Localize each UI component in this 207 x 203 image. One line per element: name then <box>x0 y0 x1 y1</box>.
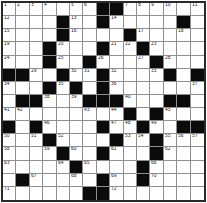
cell-r10c12[interactable]: 49 <box>150 121 163 134</box>
cell-r15c11[interactable] <box>137 187 150 200</box>
clue-number: 30 <box>71 69 77 73</box>
cell-r11c8[interactable] <box>97 134 110 147</box>
cell-r12c3[interactable] <box>30 147 43 160</box>
cell-r4c10[interactable]: 22 <box>124 42 137 55</box>
clue-number: 8 <box>138 3 141 7</box>
clue-number: 49 <box>151 121 157 125</box>
clue-number: 17 <box>138 29 144 33</box>
cell-r9c4[interactable] <box>43 108 56 121</box>
cell-r3c13[interactable] <box>164 29 177 42</box>
cell-r4c3[interactable] <box>30 42 43 55</box>
clue-number: 39 <box>71 95 77 99</box>
cell-r13c5[interactable]: 64 <box>57 161 70 174</box>
cell-r12c11[interactable] <box>137 147 150 160</box>
black-cell-r6c1 <box>3 69 16 82</box>
cell-r5c8[interactable]: 26 <box>97 56 110 69</box>
cell-r4c15[interactable] <box>191 42 204 55</box>
clue-number: 18 <box>178 29 184 33</box>
black-cell-r7c6 <box>70 82 83 95</box>
cell-r14c14[interactable] <box>177 174 190 187</box>
cell-r14c15[interactable] <box>191 174 204 187</box>
crossword-grid: 1234567891011121314151617181920212223242… <box>1 1 206 202</box>
clue-number: 20 <box>58 42 64 46</box>
cell-r9c15[interactable] <box>191 108 204 121</box>
cell-r12c9[interactable]: 61 <box>110 147 123 160</box>
cell-r7c15[interactable]: 37 <box>191 82 204 95</box>
cell-r13c14[interactable] <box>177 161 190 174</box>
cell-r2c4[interactable] <box>43 16 56 29</box>
black-cell-r8c3 <box>30 95 43 108</box>
cell-r4c12[interactable]: 23 <box>150 42 163 55</box>
black-cell-r9c12 <box>150 108 163 121</box>
cell-r1c6[interactable]: 5 <box>70 3 83 16</box>
black-cell-r8c2 <box>16 95 29 108</box>
black-cell-r9c10 <box>124 108 137 121</box>
black-cell-r11c9 <box>110 134 123 147</box>
black-cell-r6c15 <box>191 69 204 82</box>
black-cell-r15c8 <box>97 187 110 200</box>
cell-r3c7[interactable] <box>83 29 96 42</box>
black-cell-r11c12 <box>150 134 163 147</box>
cell-r4c5[interactable]: 20 <box>57 42 70 55</box>
clue-number: 62 <box>165 147 171 151</box>
cell-r7c10[interactable] <box>124 82 137 95</box>
black-cell-r6c2 <box>16 69 29 82</box>
cell-r11c2[interactable] <box>16 134 29 147</box>
cell-r2c1[interactable]: 12 <box>3 16 16 29</box>
clue-number: 42 <box>17 108 23 112</box>
clue-number: 9 <box>151 3 154 7</box>
black-cell-r1c8 <box>97 3 110 16</box>
cell-r5c6[interactable] <box>70 56 83 69</box>
cell-r13c1[interactable]: 63 <box>3 161 16 174</box>
cell-r13c2[interactable] <box>16 161 29 174</box>
cell-r15c14[interactable] <box>177 187 190 200</box>
cell-r7c13[interactable] <box>164 82 177 95</box>
cell-r15c1[interactable]: 71 <box>3 187 16 200</box>
clue-number: 54 <box>138 134 144 138</box>
cell-r1c4[interactable]: 4 <box>43 3 56 16</box>
clue-number: 72 <box>111 187 117 191</box>
clue-number: 22 <box>125 42 131 46</box>
clue-number: 43 <box>84 108 90 112</box>
cell-r6c6[interactable]: 30 <box>70 69 83 82</box>
cell-r11c1[interactable]: 50 <box>3 134 16 147</box>
clue-number: 23 <box>151 42 157 46</box>
cell-r15c2[interactable] <box>16 187 29 200</box>
clue-number: 6 <box>84 3 87 7</box>
cell-r1c12[interactable]: 9 <box>150 3 163 16</box>
cell-r7c9[interactable]: 36 <box>110 82 123 95</box>
black-cell-r1c9 <box>110 3 123 16</box>
cell-r15c5[interactable] <box>57 187 70 200</box>
cell-r1c14[interactable] <box>177 3 190 16</box>
cell-r3c6[interactable]: 16 <box>70 29 83 42</box>
cell-r3c11[interactable]: 17 <box>137 29 150 42</box>
cell-r10c2[interactable] <box>16 121 29 134</box>
clue-number: 53 <box>125 134 131 138</box>
cell-r8c12[interactable] <box>150 95 163 108</box>
cell-r13c13[interactable] <box>164 161 177 174</box>
cell-r5c9[interactable] <box>110 56 123 69</box>
clue-number: 63 <box>4 161 10 165</box>
clue-number: 58 <box>4 147 10 151</box>
cell-r5c3[interactable] <box>30 56 43 69</box>
clue-number: 26 <box>98 56 104 60</box>
clue-number: 47 <box>111 121 117 125</box>
black-cell-r13c11 <box>137 161 150 174</box>
clue-number: 46 <box>44 121 50 125</box>
cell-r9c7[interactable]: 43 <box>83 108 96 121</box>
clue-number: 60 <box>71 147 77 151</box>
black-cell-r14c11 <box>137 174 150 187</box>
cell-r7c1[interactable]: 34 <box>3 82 16 95</box>
cell-r8c10[interactable]: 40 <box>124 95 137 108</box>
clue-number: 16 <box>71 29 77 33</box>
clue-number: 37 <box>192 82 198 86</box>
clue-number: 32 <box>111 69 117 73</box>
cell-r10c7[interactable] <box>83 121 96 134</box>
black-cell-r10c3 <box>30 121 43 134</box>
cell-r14c13[interactable] <box>164 174 177 187</box>
cell-r15c12[interactable] <box>150 187 163 200</box>
clue-number: 1 <box>4 3 7 7</box>
black-cell-r6c13 <box>164 69 177 82</box>
black-cell-r3c10 <box>124 29 137 42</box>
cell-r11c14[interactable]: 56 <box>177 134 190 147</box>
cell-r2c3[interactable] <box>30 16 43 29</box>
cell-r15c4[interactable] <box>43 187 56 200</box>
cell-r13c7[interactable]: 65 <box>83 161 96 174</box>
clue-number: 68 <box>71 174 77 178</box>
clue-number: 65 <box>84 161 90 165</box>
cell-r9c13[interactable]: 45 <box>164 108 177 121</box>
clue-number: 19 <box>4 42 10 46</box>
cell-r6c7[interactable]: 31 <box>83 69 96 82</box>
cell-r11c13[interactable]: 55 <box>164 134 177 147</box>
clue-number: 59 <box>44 147 50 151</box>
cell-r15c9[interactable]: 72 <box>110 187 123 200</box>
black-cell-r2c5 <box>57 16 70 29</box>
clue-number: 27 <box>138 56 144 60</box>
cell-r3c14[interactable]: 18 <box>177 29 190 42</box>
clue-number: 36 <box>111 82 117 86</box>
clue-number: 10 <box>165 3 171 7</box>
cell-r4c13[interactable] <box>164 42 177 55</box>
black-cell-r8c7 <box>83 95 96 108</box>
cell-r15c15[interactable] <box>191 187 204 200</box>
cell-r3c3[interactable] <box>30 29 43 42</box>
black-cell-r12c5 <box>57 147 70 160</box>
cell-r14c1[interactable] <box>3 174 16 187</box>
cell-r4c2[interactable] <box>16 42 29 55</box>
clue-number: 55 <box>165 134 171 138</box>
clue-number: 34 <box>4 82 10 86</box>
cell-r12c10[interactable] <box>124 147 137 160</box>
black-cell-r14c8 <box>97 174 110 187</box>
cell-r11c6[interactable] <box>70 134 83 147</box>
black-cell-r15c7 <box>83 187 96 200</box>
cell-r2c6[interactable]: 13 <box>70 16 83 29</box>
clue-number: 12 <box>4 16 10 20</box>
clue-number: 50 <box>4 134 10 138</box>
cell-r5c5[interactable]: 25 <box>57 56 70 69</box>
cell-r6c9[interactable]: 32 <box>110 69 123 82</box>
cell-r3c8[interactable] <box>97 29 110 42</box>
cell-r10c6[interactable] <box>70 121 83 134</box>
cell-r2c12[interactable] <box>150 16 163 29</box>
cell-r1c11[interactable]: 8 <box>137 3 150 16</box>
cell-r14c9[interactable]: 69 <box>110 174 123 187</box>
black-cell-r8c14 <box>177 95 190 108</box>
clue-number: 24 <box>4 56 10 60</box>
cell-r13c3[interactable] <box>30 161 43 174</box>
cell-r11c10[interactable]: 53 <box>124 134 137 147</box>
cell-r7c7[interactable] <box>83 82 96 95</box>
clue-number: 21 <box>111 42 117 46</box>
cell-r13c10[interactable] <box>124 161 137 174</box>
cell-r14c4[interactable] <box>43 174 56 187</box>
black-cell-r11c4 <box>43 134 56 147</box>
cell-r2c9[interactable]: 14 <box>110 16 123 29</box>
clue-number: 14 <box>111 16 117 20</box>
cell-r2c13[interactable] <box>164 16 177 29</box>
clue-number: 2 <box>17 3 20 7</box>
cell-r14c3[interactable]: 67 <box>30 174 43 187</box>
black-cell-r7c4 <box>43 82 56 95</box>
clue-number: 33 <box>151 69 157 73</box>
clue-number: 66 <box>151 161 157 165</box>
clue-number: 52 <box>58 134 64 138</box>
cell-r8c5[interactable] <box>57 95 70 108</box>
cell-r3c4[interactable] <box>43 29 56 42</box>
cell-r4c14[interactable] <box>177 42 190 55</box>
cell-r9c11[interactable] <box>137 108 150 121</box>
cell-r10c9[interactable]: 47 <box>110 121 123 134</box>
cell-r9c9[interactable]: 44 <box>110 108 123 121</box>
cell-r4c1[interactable]: 19 <box>3 42 16 55</box>
black-cell-r4c8 <box>97 42 110 55</box>
cell-r14c10[interactable] <box>124 174 137 187</box>
cell-r8c4[interactable]: 38 <box>43 95 56 108</box>
clue-number: 51 <box>31 134 37 138</box>
cell-r12c14[interactable] <box>177 147 190 160</box>
cell-r7c5[interactable]: 35 <box>57 82 70 95</box>
black-cell-r4c4 <box>43 42 56 55</box>
cell-r15c6[interactable] <box>70 187 83 200</box>
cell-r6c3[interactable]: 29 <box>30 69 43 82</box>
cell-r9c2[interactable]: 42 <box>16 108 29 121</box>
cell-r11c7[interactable] <box>83 134 96 147</box>
cell-r12c4[interactable]: 59 <box>43 147 56 160</box>
cell-r2c15[interactable] <box>191 16 204 29</box>
clue-number: 13 <box>71 16 77 20</box>
cell-r9c5[interactable] <box>57 108 70 121</box>
cell-r7c3[interactable] <box>30 82 43 95</box>
clue-number: 35 <box>58 82 64 86</box>
cell-r8c11[interactable] <box>137 95 150 108</box>
clue-number: 67 <box>31 174 37 178</box>
cell-r6c14[interactable] <box>177 69 190 82</box>
cell-r6c10[interactable] <box>124 69 137 82</box>
clue-number: 31 <box>84 69 90 73</box>
clue-number: 28 <box>165 56 171 60</box>
cell-r1c7[interactable]: 6 <box>83 3 96 16</box>
cell-r3c15[interactable] <box>191 29 204 42</box>
cell-r3c9[interactable] <box>110 29 123 42</box>
black-cell-r6c5 <box>57 69 70 82</box>
cell-r15c10[interactable] <box>124 187 137 200</box>
clue-number: 41 <box>4 108 10 112</box>
clue-number: 71 <box>4 187 10 191</box>
clue-number: 40 <box>125 95 131 99</box>
black-cell-r12c8 <box>97 147 110 160</box>
black-cell-r2c8 <box>97 16 110 29</box>
cell-r7c11[interactable] <box>137 82 150 95</box>
cell-r3c2[interactable] <box>16 29 29 42</box>
black-cell-r4c11 <box>137 42 150 55</box>
cell-r4c6[interactable] <box>70 42 83 55</box>
cell-r14c6[interactable]: 68 <box>70 174 83 187</box>
cell-r5c2[interactable] <box>16 56 29 69</box>
black-cell-r10c1 <box>3 121 16 134</box>
black-cell-r10c8 <box>97 121 110 134</box>
cell-r7c14[interactable] <box>177 82 190 95</box>
cell-r1c3[interactable]: 3 <box>30 3 43 16</box>
black-cell-r5c4 <box>43 56 56 69</box>
cell-r6c11[interactable] <box>137 69 150 82</box>
cell-r10c5[interactable] <box>57 121 70 134</box>
cell-r9c3[interactable] <box>30 108 43 121</box>
cell-r4c7[interactable] <box>83 42 96 55</box>
black-cell-r5c12 <box>150 56 163 69</box>
cell-r7c12[interactable] <box>150 82 163 95</box>
cell-r1c1[interactable]: 1 <box>3 3 16 16</box>
cell-r14c7[interactable] <box>83 174 96 187</box>
black-cell-r6c8 <box>97 69 110 82</box>
cell-r3c12[interactable] <box>150 29 163 42</box>
cell-r1c13[interactable]: 10 <box>164 3 177 16</box>
cell-r5c10[interactable] <box>124 56 137 69</box>
clue-number: 48 <box>125 121 131 125</box>
cell-r15c13[interactable] <box>164 187 177 200</box>
cell-r2c10[interactable] <box>124 16 137 29</box>
black-cell-r10c14 <box>177 121 190 134</box>
cell-r12c1[interactable]: 58 <box>3 147 16 160</box>
black-cell-r3c5 <box>57 29 70 42</box>
clue-number: 3 <box>31 3 34 7</box>
cell-r1c15[interactable]: 11 <box>191 3 204 16</box>
cell-r5c13[interactable]: 28 <box>164 56 177 69</box>
cell-r4c9[interactable]: 21 <box>110 42 123 55</box>
cell-r13c9[interactable] <box>110 161 123 174</box>
cell-r5c15[interactable] <box>191 56 204 69</box>
cell-r12c15[interactable] <box>191 147 204 160</box>
cell-r2c11[interactable] <box>137 16 150 29</box>
cell-r13c8[interactable] <box>97 161 110 174</box>
clue-number: 11 <box>192 3 198 7</box>
cell-r11c11[interactable]: 54 <box>137 134 150 147</box>
cell-r11c15[interactable]: 57 <box>191 134 204 147</box>
cell-r1c5[interactable] <box>57 3 70 16</box>
crossword-board: 1234567891011121314151617181920212223242… <box>0 0 207 203</box>
cell-r5c14[interactable] <box>177 56 190 69</box>
black-cell-r8c13 <box>164 95 177 108</box>
cell-r12c13[interactable]: 62 <box>164 147 177 160</box>
cell-r1c10[interactable]: 7 <box>124 3 137 16</box>
black-cell-r7c8 <box>97 82 110 95</box>
cell-r12c6[interactable]: 60 <box>70 147 83 160</box>
clue-number: 69 <box>111 174 117 178</box>
cell-r7c2[interactable] <box>16 82 29 95</box>
cell-r12c2[interactable] <box>16 147 29 160</box>
cell-r14c12[interactable]: 70 <box>150 174 163 187</box>
black-cell-r13c6 <box>70 161 83 174</box>
cell-r10c10[interactable]: 48 <box>124 121 137 134</box>
clue-number: 29 <box>31 69 37 73</box>
cell-r12c7[interactable] <box>83 147 96 160</box>
clue-number: 15 <box>4 29 10 33</box>
cell-r10c4[interactable]: 46 <box>43 121 56 134</box>
cell-r9c8[interactable] <box>97 108 110 121</box>
clue-number: 25 <box>58 56 64 60</box>
cell-r11c3[interactable]: 51 <box>30 134 43 147</box>
cell-r9c1[interactable]: 41 <box>3 108 16 121</box>
black-cell-r10c15 <box>191 121 204 134</box>
cell-r6c12[interactable]: 33 <box>150 69 163 82</box>
cell-r13c12[interactable]: 66 <box>150 161 163 174</box>
cell-r13c4[interactable] <box>43 161 56 174</box>
cell-r10c13[interactable] <box>164 121 177 134</box>
cell-r2c2[interactable] <box>16 16 29 29</box>
cell-r11c5[interactable]: 52 <box>57 134 70 147</box>
black-cell-r2c14 <box>177 16 190 29</box>
black-cell-r8c8 <box>97 95 110 108</box>
cell-r6c4[interactable] <box>43 69 56 82</box>
clue-number: 70 <box>151 174 157 178</box>
cell-r9c14[interactable] <box>177 108 190 121</box>
cell-r14c5[interactable] <box>57 174 70 187</box>
cell-r15c3[interactable] <box>30 187 43 200</box>
clue-number: 5 <box>71 3 74 7</box>
cell-r9c6[interactable] <box>70 108 83 121</box>
black-cell-r14c2 <box>16 174 29 187</box>
cell-r13c15[interactable] <box>191 161 204 174</box>
cell-r8c6[interactable]: 39 <box>70 95 83 108</box>
clue-number: 64 <box>58 161 64 165</box>
clue-number: 56 <box>178 134 184 138</box>
clue-number: 4 <box>44 3 47 7</box>
clue-number: 38 <box>44 95 50 99</box>
cell-r8c1[interactable] <box>3 95 16 108</box>
black-cell-r8c9 <box>110 95 123 108</box>
black-cell-r12c12 <box>150 147 163 160</box>
cell-r5c1[interactable]: 24 <box>3 56 16 69</box>
clue-number: 57 <box>192 134 198 138</box>
clue-number: 45 <box>165 108 171 112</box>
cell-r5c11[interactable]: 27 <box>137 56 150 69</box>
clue-number: 7 <box>125 3 128 7</box>
cell-r1c2[interactable]: 2 <box>16 3 29 16</box>
cell-r2c7[interactable] <box>83 16 96 29</box>
clue-number: 61 <box>111 147 117 151</box>
clue-number: 44 <box>111 108 117 112</box>
black-cell-r5c7 <box>83 56 96 69</box>
cell-r3c1[interactable]: 15 <box>3 29 16 42</box>
black-cell-r10c11 <box>137 121 150 134</box>
cell-r8c15[interactable] <box>191 95 204 108</box>
